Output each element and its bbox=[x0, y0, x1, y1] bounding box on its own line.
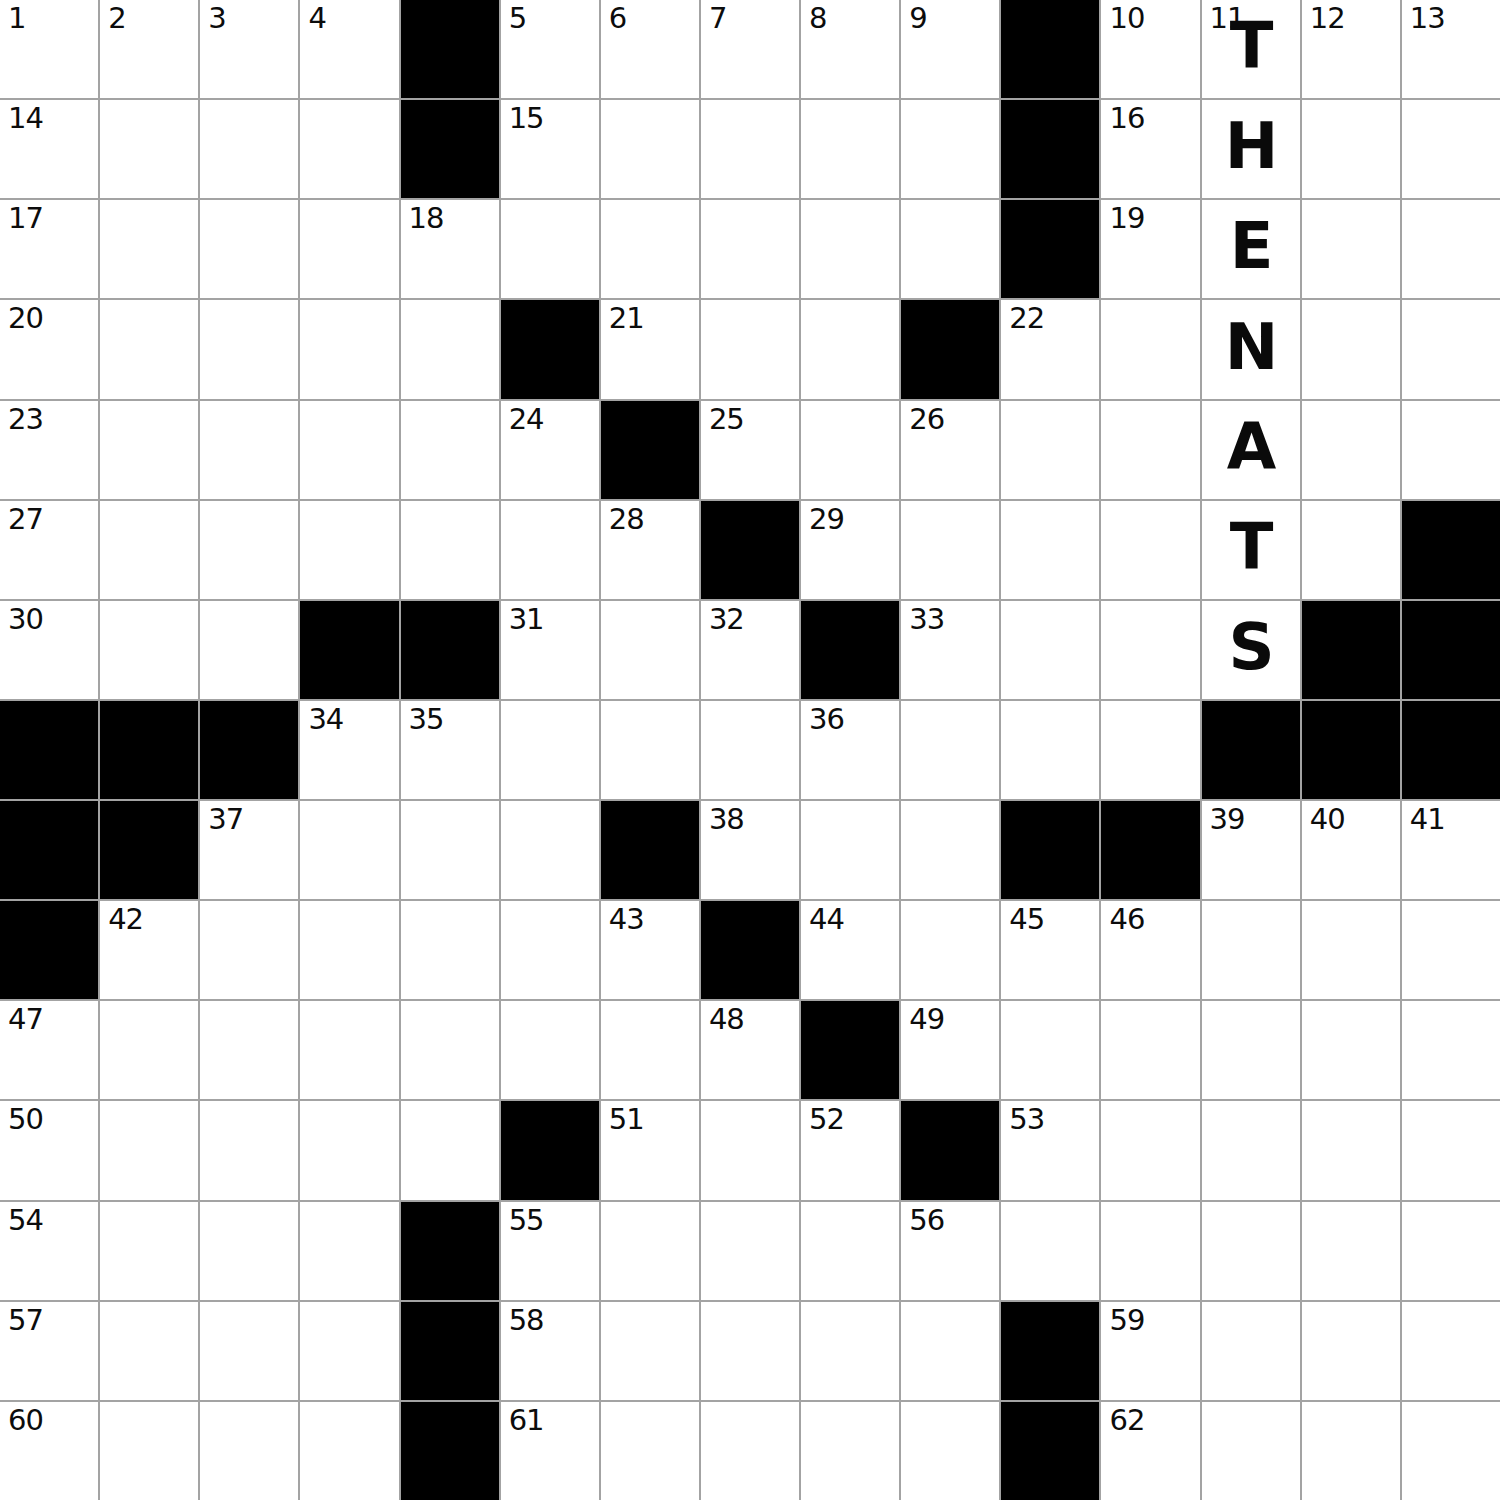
cell-r4-c10[interactable] bbox=[1001, 401, 1099, 499]
cell-r11-c13[interactable] bbox=[1302, 1101, 1400, 1199]
clue-number-23: 23 bbox=[8, 404, 43, 436]
cell-r9-c12[interactable] bbox=[1202, 901, 1300, 999]
black-cell-r8-c11 bbox=[1101, 801, 1199, 899]
cell-r5-c10[interactable] bbox=[1001, 501, 1099, 599]
cell-r9-c2[interactable] bbox=[200, 901, 298, 999]
clue-number-56: 56 bbox=[909, 1205, 944, 1237]
cell-r3-c6[interactable]: 21 bbox=[601, 300, 699, 398]
clue-number-2: 2 bbox=[108, 3, 125, 35]
cell-r13-c13[interactable] bbox=[1302, 1302, 1400, 1400]
cell-r8-c12[interactable]: 39 bbox=[1202, 801, 1300, 899]
cell-r3-c10[interactable]: 22 bbox=[1001, 300, 1099, 398]
black-cell-r13-c10 bbox=[1001, 1302, 1099, 1400]
black-cell-r4-c6 bbox=[601, 401, 699, 499]
cell-r12-c5[interactable]: 55 bbox=[501, 1202, 599, 1300]
cell-r7-c6[interactable] bbox=[601, 701, 699, 799]
clue-number-52: 52 bbox=[809, 1104, 844, 1136]
cell-r2-c13[interactable] bbox=[1302, 200, 1400, 298]
cell-r2-c6[interactable] bbox=[601, 200, 699, 298]
clue-number-44: 44 bbox=[809, 904, 844, 936]
cell-r1-c13[interactable] bbox=[1302, 100, 1400, 198]
cell-r6-c12[interactable]: S bbox=[1202, 601, 1300, 699]
clue-number-19: 19 bbox=[1109, 203, 1144, 235]
clue-number-9: 9 bbox=[909, 3, 926, 35]
cell-r7-c10[interactable] bbox=[1001, 701, 1099, 799]
cell-r1-c8[interactable] bbox=[801, 100, 899, 198]
clue-number-14: 14 bbox=[8, 103, 43, 135]
black-cell-r7-c1 bbox=[100, 701, 198, 799]
cell-r11-c0[interactable]: 50 bbox=[0, 1101, 98, 1199]
cell-r13-c14[interactable] bbox=[1402, 1302, 1500, 1400]
cell-r3-c0[interactable]: 20 bbox=[0, 300, 98, 398]
clue-number-8: 8 bbox=[809, 3, 826, 35]
cell-r10-c13[interactable] bbox=[1302, 1001, 1400, 1099]
cell-r4-c13[interactable] bbox=[1302, 401, 1400, 499]
cell-r11-c7[interactable] bbox=[701, 1101, 799, 1199]
black-cell-r6-c4 bbox=[401, 601, 499, 699]
clue-number-62: 62 bbox=[1109, 1405, 1144, 1437]
cell-r14-c8[interactable] bbox=[801, 1402, 899, 1500]
cell-r4-c14[interactable] bbox=[1402, 401, 1500, 499]
cell-r6-c5[interactable]: 31 bbox=[501, 601, 599, 699]
cell-r10-c4[interactable] bbox=[401, 1001, 499, 1099]
cell-r8-c9[interactable] bbox=[901, 801, 999, 899]
cell-r6-c6[interactable] bbox=[601, 601, 699, 699]
clue-number-3: 3 bbox=[208, 3, 225, 35]
cell-r9-c9[interactable] bbox=[901, 901, 999, 999]
cell-r9-c11[interactable]: 46 bbox=[1101, 901, 1199, 999]
cell-r1-c1[interactable] bbox=[100, 100, 198, 198]
cell-r1-c11[interactable]: 16 bbox=[1101, 100, 1199, 198]
cell-r7-c4[interactable]: 35 bbox=[401, 701, 499, 799]
black-cell-r7-c12 bbox=[1202, 701, 1300, 799]
black-cell-r7-c2 bbox=[200, 701, 298, 799]
cell-r1-c2[interactable] bbox=[200, 100, 298, 198]
cell-r13-c3[interactable] bbox=[300, 1302, 398, 1400]
crossword-puzzle: 1234567891011T1213141516H171819E202122N2… bbox=[0, 0, 1500, 1500]
black-cell-r5-c7 bbox=[701, 501, 799, 599]
cell-r10-c11[interactable] bbox=[1101, 1001, 1199, 1099]
black-cell-r10-c8 bbox=[801, 1001, 899, 1099]
cell-r12-c1[interactable] bbox=[100, 1202, 198, 1300]
cell-r14-c5[interactable]: 61 bbox=[501, 1402, 599, 1500]
black-cell-r11-c5 bbox=[501, 1101, 599, 1199]
cell-r1-c14[interactable] bbox=[1402, 100, 1500, 198]
cell-r11-c1[interactable] bbox=[100, 1101, 198, 1199]
cell-r13-c2[interactable] bbox=[200, 1302, 298, 1400]
clue-number-1: 1 bbox=[8, 3, 25, 35]
cell-r12-c13[interactable] bbox=[1302, 1202, 1400, 1300]
cell-r5-c2[interactable] bbox=[200, 501, 298, 599]
cell-r7-c11[interactable] bbox=[1101, 701, 1199, 799]
cell-r12-c6[interactable] bbox=[601, 1202, 699, 1300]
clue-number-61: 61 bbox=[509, 1405, 544, 1437]
cell-r3-c1[interactable] bbox=[100, 300, 198, 398]
cell-r2-c0[interactable]: 17 bbox=[0, 200, 98, 298]
clue-number-31: 31 bbox=[509, 604, 544, 636]
cell-r10-c12[interactable] bbox=[1202, 1001, 1300, 1099]
cell-r5-c1[interactable] bbox=[100, 501, 198, 599]
cell-r10-c10[interactable] bbox=[1001, 1001, 1099, 1099]
clue-number-27: 27 bbox=[8, 504, 43, 536]
cell-r11-c10[interactable]: 53 bbox=[1001, 1101, 1099, 1199]
cell-r11-c11[interactable] bbox=[1101, 1101, 1199, 1199]
cell-r2-c3[interactable] bbox=[300, 200, 398, 298]
clue-number-37: 37 bbox=[208, 804, 243, 836]
cell-r11-c3[interactable] bbox=[300, 1101, 398, 1199]
black-cell-r7-c13 bbox=[1302, 701, 1400, 799]
cell-r9-c5[interactable] bbox=[501, 901, 599, 999]
cell-r9-c1[interactable]: 42 bbox=[100, 901, 198, 999]
cell-r0-c7[interactable]: 7 bbox=[701, 0, 799, 98]
cell-r10-c5[interactable] bbox=[501, 1001, 599, 1099]
cell-r13-c1[interactable] bbox=[100, 1302, 198, 1400]
cell-r14-c13[interactable] bbox=[1302, 1402, 1400, 1500]
clue-number-17: 17 bbox=[8, 203, 43, 235]
cell-r4-c9[interactable]: 26 bbox=[901, 401, 999, 499]
cell-r13-c0[interactable]: 57 bbox=[0, 1302, 98, 1400]
clue-number-5: 5 bbox=[509, 3, 526, 35]
cell-r10-c1[interactable] bbox=[100, 1001, 198, 1099]
clue-number-29: 29 bbox=[809, 504, 844, 536]
black-cell-r3-c5 bbox=[501, 300, 599, 398]
cell-r8-c4[interactable] bbox=[401, 801, 499, 899]
cell-r12-c8[interactable] bbox=[801, 1202, 899, 1300]
cell-r8-c8[interactable] bbox=[801, 801, 899, 899]
black-cell-r2-c10 bbox=[1001, 200, 1099, 298]
cell-r13-c9[interactable] bbox=[901, 1302, 999, 1400]
cell-r5-c3[interactable] bbox=[300, 501, 398, 599]
cell-r2-c2[interactable] bbox=[200, 200, 298, 298]
black-cell-r8-c0 bbox=[0, 801, 98, 899]
cell-r3-c2[interactable] bbox=[200, 300, 298, 398]
cell-r12-c2[interactable] bbox=[200, 1202, 298, 1300]
filled-letter-r2-c12: E bbox=[1230, 209, 1274, 283]
clue-number-57: 57 bbox=[8, 1305, 43, 1337]
cell-r12-c3[interactable] bbox=[300, 1202, 398, 1300]
cell-r8-c2[interactable]: 37 bbox=[200, 801, 298, 899]
cell-r9-c8[interactable]: 44 bbox=[801, 901, 899, 999]
crossword-board: 1234567891011T1213141516H171819E202122N2… bbox=[0, 0, 1500, 1500]
cell-r7-c3[interactable]: 34 bbox=[300, 701, 398, 799]
clue-number-50: 50 bbox=[8, 1104, 43, 1136]
cell-r0-c13[interactable]: 12 bbox=[1302, 0, 1400, 98]
cell-r4-c5[interactable]: 24 bbox=[501, 401, 599, 499]
cell-r13-c7[interactable] bbox=[701, 1302, 799, 1400]
cell-r9-c13[interactable] bbox=[1302, 901, 1400, 999]
cell-r12-c11[interactable] bbox=[1101, 1202, 1199, 1300]
cell-r14-c11[interactable]: 62 bbox=[1101, 1402, 1199, 1500]
clue-number-6: 6 bbox=[609, 3, 626, 35]
clue-number-34: 34 bbox=[308, 704, 343, 736]
clue-number-28: 28 bbox=[609, 504, 644, 536]
cell-r8-c7[interactable]: 38 bbox=[701, 801, 799, 899]
clue-number-4: 4 bbox=[308, 3, 325, 35]
clue-number-53: 53 bbox=[1009, 1104, 1044, 1136]
cell-r0-c5[interactable]: 5 bbox=[501, 0, 599, 98]
cell-r8-c3[interactable] bbox=[300, 801, 398, 899]
cell-r4-c3[interactable] bbox=[300, 401, 398, 499]
cell-r1-c9[interactable] bbox=[901, 100, 999, 198]
filled-letter-r4-c12: A bbox=[1227, 410, 1277, 484]
black-cell-r8-c10 bbox=[1001, 801, 1099, 899]
cell-r14-c3[interactable] bbox=[300, 1402, 398, 1500]
black-cell-r9-c7 bbox=[701, 901, 799, 999]
black-cell-r6-c3 bbox=[300, 601, 398, 699]
cell-r0-c11[interactable]: 10 bbox=[1101, 0, 1199, 98]
cell-r14-c1[interactable] bbox=[100, 1402, 198, 1500]
cell-r2-c14[interactable] bbox=[1402, 200, 1500, 298]
cell-r10-c7[interactable]: 48 bbox=[701, 1001, 799, 1099]
cell-r6-c2[interactable] bbox=[200, 601, 298, 699]
cell-r0-c3[interactable]: 4 bbox=[300, 0, 398, 98]
clue-number-32: 32 bbox=[709, 604, 744, 636]
cell-r6-c9[interactable]: 33 bbox=[901, 601, 999, 699]
cell-r2-c12[interactable]: E bbox=[1202, 200, 1300, 298]
clue-number-55: 55 bbox=[509, 1205, 544, 1237]
black-cell-r8-c6 bbox=[601, 801, 699, 899]
cell-r3-c4[interactable] bbox=[401, 300, 499, 398]
clue-number-18: 18 bbox=[409, 203, 444, 235]
clue-number-47: 47 bbox=[8, 1004, 43, 1036]
cell-r2-c7[interactable] bbox=[701, 200, 799, 298]
black-cell-r9-c0 bbox=[0, 901, 98, 999]
clue-number-41: 41 bbox=[1410, 804, 1445, 836]
black-cell-r1-c4 bbox=[401, 100, 499, 198]
cell-r0-c14[interactable]: 13 bbox=[1402, 0, 1500, 98]
cell-r12-c9[interactable]: 56 bbox=[901, 1202, 999, 1300]
cell-r9-c6[interactable]: 43 bbox=[601, 901, 699, 999]
cell-r14-c14[interactable] bbox=[1402, 1402, 1500, 1500]
cell-r1-c7[interactable] bbox=[701, 100, 799, 198]
cell-r3-c8[interactable] bbox=[801, 300, 899, 398]
cell-r5-c11[interactable] bbox=[1101, 501, 1199, 599]
cell-r4-c12[interactable]: A bbox=[1202, 401, 1300, 499]
cell-r8-c5[interactable] bbox=[501, 801, 599, 899]
cell-r6-c10[interactable] bbox=[1001, 601, 1099, 699]
clue-number-40: 40 bbox=[1310, 804, 1345, 836]
clue-number-25: 25 bbox=[709, 404, 744, 436]
cell-r13-c11[interactable]: 59 bbox=[1101, 1302, 1199, 1400]
cell-r5-c4[interactable] bbox=[401, 501, 499, 599]
cell-r3-c11[interactable] bbox=[1101, 300, 1199, 398]
cell-r10-c0[interactable]: 47 bbox=[0, 1001, 98, 1099]
black-cell-r3-c9 bbox=[901, 300, 999, 398]
cell-r11-c2[interactable] bbox=[200, 1101, 298, 1199]
clue-number-7: 7 bbox=[709, 3, 726, 35]
black-cell-r12-c4 bbox=[401, 1202, 499, 1300]
cell-r13-c8[interactable] bbox=[801, 1302, 899, 1400]
cell-r0-c2[interactable]: 3 bbox=[200, 0, 298, 98]
clue-number-20: 20 bbox=[8, 303, 43, 335]
clue-number-10: 10 bbox=[1109, 3, 1144, 35]
cell-r1-c3[interactable] bbox=[300, 100, 398, 198]
filled-letter-r3-c12: N bbox=[1225, 310, 1279, 384]
cell-r12-c0[interactable]: 54 bbox=[0, 1202, 98, 1300]
clue-number-51: 51 bbox=[609, 1104, 644, 1136]
cell-r11-c12[interactable] bbox=[1202, 1101, 1300, 1199]
black-cell-r14-c10 bbox=[1001, 1402, 1099, 1500]
clue-number-36: 36 bbox=[809, 704, 844, 736]
cell-r14-c2[interactable] bbox=[200, 1402, 298, 1500]
clue-number-12: 12 bbox=[1310, 3, 1345, 35]
clue-number-22: 22 bbox=[1009, 303, 1044, 335]
clue-number-60: 60 bbox=[8, 1405, 43, 1437]
cell-r4-c11[interactable] bbox=[1101, 401, 1199, 499]
cell-r12-c12[interactable] bbox=[1202, 1202, 1300, 1300]
cell-r11-c6[interactable]: 51 bbox=[601, 1101, 699, 1199]
black-cell-r0-c10 bbox=[1001, 0, 1099, 98]
cell-r11-c4[interactable] bbox=[401, 1101, 499, 1199]
cell-r1-c0[interactable]: 14 bbox=[0, 100, 98, 198]
black-cell-r11-c9 bbox=[901, 1101, 999, 1199]
cell-r1-c6[interactable] bbox=[601, 100, 699, 198]
clue-number-33: 33 bbox=[909, 604, 944, 636]
cell-r5-c13[interactable] bbox=[1302, 501, 1400, 599]
filled-letter-r0-c12: T bbox=[1230, 9, 1274, 83]
cell-r10-c14[interactable] bbox=[1402, 1001, 1500, 1099]
cell-r1-c12[interactable]: H bbox=[1202, 100, 1300, 198]
cell-r9-c4[interactable] bbox=[401, 901, 499, 999]
cell-r7-c5[interactable] bbox=[501, 701, 599, 799]
clue-number-46: 46 bbox=[1109, 904, 1144, 936]
clue-number-35: 35 bbox=[409, 704, 444, 736]
cell-r14-c0[interactable]: 60 bbox=[0, 1402, 98, 1500]
black-cell-r7-c14 bbox=[1402, 701, 1500, 799]
cell-r13-c5[interactable]: 58 bbox=[501, 1302, 599, 1400]
cell-r9-c3[interactable] bbox=[300, 901, 398, 999]
black-cell-r8-c1 bbox=[100, 801, 198, 899]
cell-r4-c4[interactable] bbox=[401, 401, 499, 499]
cell-r2-c8[interactable] bbox=[801, 200, 899, 298]
cell-r14-c7[interactable] bbox=[701, 1402, 799, 1500]
black-cell-r6-c14 bbox=[1402, 601, 1500, 699]
cell-r9-c10[interactable]: 45 bbox=[1001, 901, 1099, 999]
clue-number-21: 21 bbox=[609, 303, 644, 335]
cell-r2-c4[interactable]: 18 bbox=[401, 200, 499, 298]
black-cell-r0-c4 bbox=[401, 0, 499, 98]
clue-number-45: 45 bbox=[1009, 904, 1044, 936]
cell-r5-c8[interactable]: 29 bbox=[801, 501, 899, 599]
cell-r12-c14[interactable] bbox=[1402, 1202, 1500, 1300]
black-cell-r7-c0 bbox=[0, 701, 98, 799]
cell-r3-c12[interactable]: N bbox=[1202, 300, 1300, 398]
cell-r5-c5[interactable] bbox=[501, 501, 599, 599]
cell-r4-c7[interactable]: 25 bbox=[701, 401, 799, 499]
black-cell-r5-c14 bbox=[1402, 501, 1500, 599]
cell-r13-c12[interactable] bbox=[1202, 1302, 1300, 1400]
cell-r11-c8[interactable]: 52 bbox=[801, 1101, 899, 1199]
cell-r12-c10[interactable] bbox=[1001, 1202, 1099, 1300]
cell-r4-c1[interactable] bbox=[100, 401, 198, 499]
cell-r0-c1[interactable]: 2 bbox=[100, 0, 198, 98]
cell-r9-c14[interactable] bbox=[1402, 901, 1500, 999]
clue-number-54: 54 bbox=[8, 1205, 43, 1237]
cell-r2-c1[interactable] bbox=[100, 200, 198, 298]
cell-r5-c12[interactable]: T bbox=[1202, 501, 1300, 599]
cell-r0-c8[interactable]: 8 bbox=[801, 0, 899, 98]
clue-number-42: 42 bbox=[108, 904, 143, 936]
cell-r2-c9[interactable] bbox=[901, 200, 999, 298]
cell-r3-c7[interactable] bbox=[701, 300, 799, 398]
black-cell-r6-c13 bbox=[1302, 601, 1400, 699]
cell-r3-c13[interactable] bbox=[1302, 300, 1400, 398]
cell-r0-c9[interactable]: 9 bbox=[901, 0, 999, 98]
clue-number-43: 43 bbox=[609, 904, 644, 936]
clue-number-39: 39 bbox=[1210, 804, 1245, 836]
cell-r14-c9[interactable] bbox=[901, 1402, 999, 1500]
cell-r5-c0[interactable]: 27 bbox=[0, 501, 98, 599]
cell-r6-c7[interactable]: 32 bbox=[701, 601, 799, 699]
cell-r10-c9[interactable]: 49 bbox=[901, 1001, 999, 1099]
cell-r10-c6[interactable] bbox=[601, 1001, 699, 1099]
black-cell-r1-c10 bbox=[1001, 100, 1099, 198]
clue-number-38: 38 bbox=[709, 804, 744, 836]
cell-r0-c12[interactable]: 11T bbox=[1202, 0, 1300, 98]
cell-r10-c3[interactable] bbox=[300, 1001, 398, 1099]
cell-r3-c14[interactable] bbox=[1402, 300, 1500, 398]
clue-number-59: 59 bbox=[1109, 1305, 1144, 1337]
clue-number-16: 16 bbox=[1109, 103, 1144, 135]
cell-r6-c11[interactable] bbox=[1101, 601, 1199, 699]
cell-r0-c6[interactable]: 6 bbox=[601, 0, 699, 98]
cell-r7-c9[interactable] bbox=[901, 701, 999, 799]
clue-number-30: 30 bbox=[8, 604, 43, 636]
cell-r2-c11[interactable]: 19 bbox=[1101, 200, 1199, 298]
black-cell-r14-c4 bbox=[401, 1402, 499, 1500]
clue-number-13: 13 bbox=[1410, 3, 1445, 35]
cell-r8-c14[interactable]: 41 bbox=[1402, 801, 1500, 899]
cell-r2-c5[interactable] bbox=[501, 200, 599, 298]
filled-letter-r6-c12: S bbox=[1229, 610, 1275, 684]
filled-letter-r5-c12: T bbox=[1230, 510, 1274, 584]
cell-r6-c1[interactable] bbox=[100, 601, 198, 699]
cell-r7-c7[interactable] bbox=[701, 701, 799, 799]
filled-letter-r1-c12: H bbox=[1225, 109, 1279, 183]
cell-r5-c9[interactable] bbox=[901, 501, 999, 599]
clue-number-26: 26 bbox=[909, 404, 944, 436]
cell-r8-c13[interactable]: 40 bbox=[1302, 801, 1400, 899]
black-cell-r6-c8 bbox=[801, 601, 899, 699]
cell-r6-c0[interactable]: 30 bbox=[0, 601, 98, 699]
cell-r1-c5[interactable]: 15 bbox=[501, 100, 599, 198]
cell-r7-c8[interactable]: 36 bbox=[801, 701, 899, 799]
clue-number-15: 15 bbox=[509, 103, 544, 135]
cell-r4-c8[interactable] bbox=[801, 401, 899, 499]
clue-number-58: 58 bbox=[509, 1305, 544, 1337]
cell-r11-c14[interactable] bbox=[1402, 1101, 1500, 1199]
cell-r4-c2[interactable] bbox=[200, 401, 298, 499]
clue-number-48: 48 bbox=[709, 1004, 744, 1036]
cell-r14-c6[interactable] bbox=[601, 1402, 699, 1500]
cell-r4-c0[interactable]: 23 bbox=[0, 401, 98, 499]
cell-r12-c7[interactable] bbox=[701, 1202, 799, 1300]
cell-r3-c3[interactable] bbox=[300, 300, 398, 398]
cell-r13-c6[interactable] bbox=[601, 1302, 699, 1400]
clue-number-49: 49 bbox=[909, 1004, 944, 1036]
clue-number-24: 24 bbox=[509, 404, 544, 436]
cell-r0-c0[interactable]: 1 bbox=[0, 0, 98, 98]
cell-r10-c2[interactable] bbox=[200, 1001, 298, 1099]
cell-r5-c6[interactable]: 28 bbox=[601, 501, 699, 599]
cell-r14-c12[interactable] bbox=[1202, 1402, 1300, 1500]
black-cell-r13-c4 bbox=[401, 1302, 499, 1400]
